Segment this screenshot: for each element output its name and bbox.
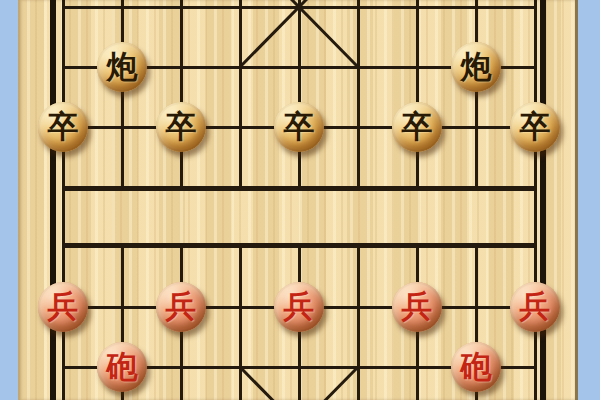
grid-file-6-bottom [357,243,360,400]
xiangqi-board[interactable]: 炮炮卒卒卒卒卒兵兵兵兵兵砲砲 [18,0,578,400]
piece-glyph: 炮 [107,41,138,91]
piece-red-cannon[interactable]: 砲 [451,342,501,392]
grid-file-8-top [475,0,478,189]
piece-glyph: 炮 [461,41,492,91]
piece-red-soldier[interactable]: 兵 [156,282,206,332]
piece-glyph: 兵 [284,281,315,331]
grid-file-1 [62,0,65,400]
river-top-edge [62,186,537,191]
piece-red-cannon[interactable]: 砲 [97,342,147,392]
piece-black-soldier[interactable]: 卒 [510,102,560,152]
piece-black-soldier[interactable]: 卒 [392,102,442,152]
piece-black-cannon[interactable]: 炮 [97,42,147,92]
piece-glyph: 砲 [461,341,492,391]
grid-file-2-top [121,0,124,189]
grid-file-9 [534,0,537,400]
grid-file-3-top [180,0,183,189]
board-border-right [540,0,546,400]
piece-black-soldier[interactable]: 卒 [274,102,324,152]
grid-file-4-top [239,0,242,189]
piece-glyph: 兵 [520,281,551,331]
piece-glyph: 兵 [48,281,79,331]
piece-glyph: 卒 [520,101,551,151]
grid-file-6-top [357,0,360,189]
grid-file-7-top [416,0,419,189]
piece-black-soldier[interactable]: 卒 [156,102,206,152]
grid-file-5-top [298,0,301,189]
piece-glyph: 砲 [107,341,138,391]
piece-black-cannon[interactable]: 炮 [451,42,501,92]
piece-black-soldier[interactable]: 卒 [38,102,88,152]
xiangqi-app: 炮炮卒卒卒卒卒兵兵兵兵兵砲砲 [0,0,600,400]
grid-file-4-bottom [239,243,242,400]
piece-red-soldier[interactable]: 兵 [274,282,324,332]
piece-glyph: 卒 [166,101,197,151]
piece-glyph: 兵 [166,281,197,331]
piece-red-soldier[interactable]: 兵 [392,282,442,332]
piece-glyph: 兵 [402,281,433,331]
river-bottom-edge [62,243,537,248]
board-border-left [50,0,56,400]
piece-glyph: 卒 [48,101,79,151]
piece-red-soldier[interactable]: 兵 [38,282,88,332]
grid-rank-1 [62,6,537,9]
piece-red-soldier[interactable]: 兵 [510,282,560,332]
piece-glyph: 卒 [284,101,315,151]
piece-glyph: 卒 [402,101,433,151]
